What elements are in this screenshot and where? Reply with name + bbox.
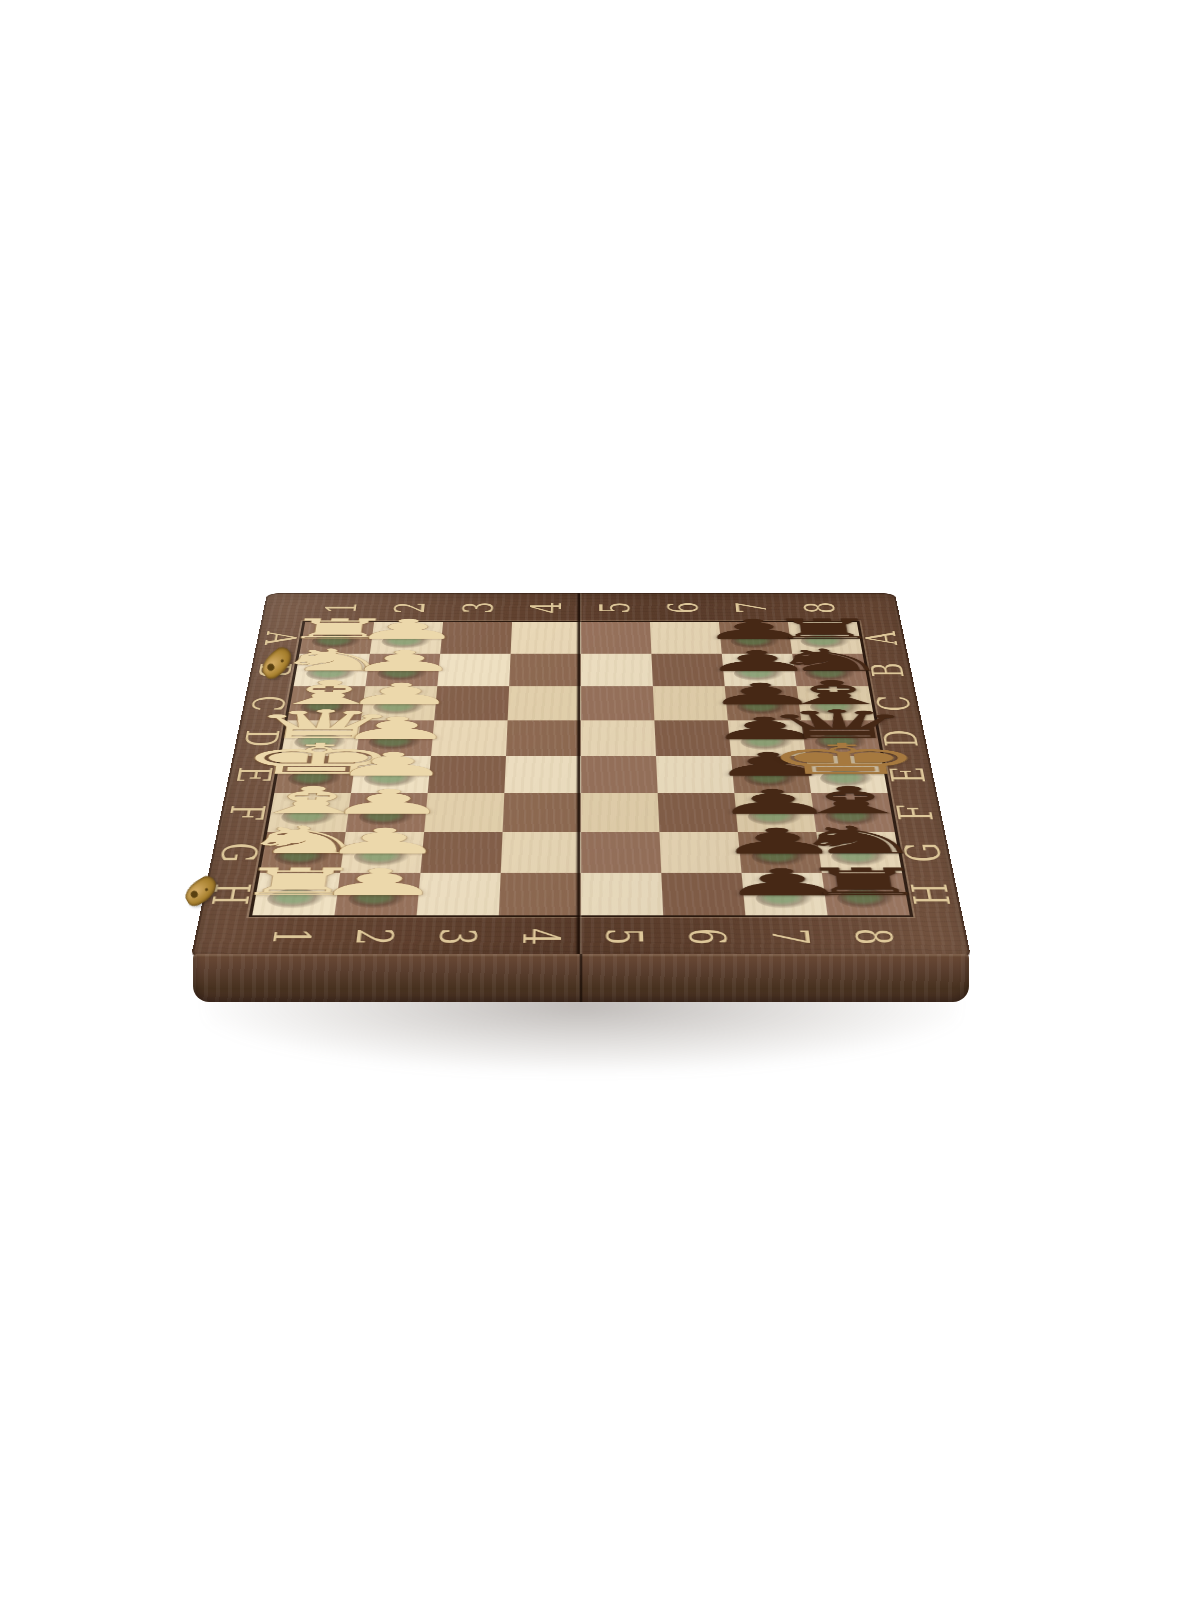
square-g5[interactable] (581, 832, 661, 873)
rank-label-near-5: 5 (598, 915, 648, 960)
square-h6[interactable] (661, 873, 745, 916)
file-label-left-f: F (219, 793, 272, 832)
rank-label-far-5: 5 (595, 593, 636, 623)
rank-label-near-7: 7 (762, 915, 816, 960)
rank-label-near-2: 2 (346, 915, 400, 960)
file-label-right-f: F (889, 793, 942, 832)
square-g4[interactable] (501, 832, 581, 873)
square-d4[interactable] (506, 720, 581, 756)
rank-label-near-4: 4 (514, 915, 564, 960)
rank-label-near-1: 1 (262, 915, 318, 960)
rank-label-near-3: 3 (430, 915, 482, 960)
square-f3[interactable] (424, 793, 504, 832)
file-label-right-h: H (904, 873, 960, 916)
square-g6[interactable] (659, 832, 741, 873)
board-side-panel (193, 954, 969, 1002)
square-h5[interactable] (581, 873, 663, 916)
file-label-left-g: G (210, 832, 265, 873)
square-e4[interactable] (504, 756, 581, 793)
square-e5[interactable] (581, 756, 658, 793)
board-scene: 1122334455667788AABBCCDDEEFFGGHH ♜♞♝♛♚♝♞… (0, 0, 1200, 1600)
square-a5[interactable] (581, 622, 651, 653)
square-c4[interactable] (508, 686, 581, 720)
rank-label-near-6: 6 (680, 915, 732, 960)
rank-label-far-4: 4 (526, 593, 567, 623)
square-f5[interactable] (581, 793, 659, 832)
square-h8[interactable] (822, 873, 910, 916)
square-a4[interactable] (511, 622, 581, 653)
square-h7[interactable] (742, 873, 828, 916)
square-g3[interactable] (420, 832, 502, 873)
chess-board: 1122334455667788AABBCCDDEEFFGGHH ♜♞♝♛♚♝♞… (191, 593, 972, 958)
file-label-right-g: G (896, 832, 950, 873)
square-h3[interactable] (417, 873, 501, 916)
rank-label-near-8: 8 (844, 915, 900, 960)
square-c5[interactable] (581, 686, 654, 720)
square-h1[interactable] (252, 873, 340, 916)
square-b4[interactable] (509, 654, 581, 687)
square-b5[interactable] (581, 654, 653, 687)
square-f4[interactable] (503, 793, 581, 832)
square-f6[interactable] (658, 793, 738, 832)
product-photo-canvas: 1122334455667788AABBCCDDEEFFGGHH ♜♞♝♛♚♝♞… (0, 0, 1200, 1600)
square-h2[interactable] (334, 873, 420, 916)
square-h4[interactable] (499, 873, 581, 916)
square-d5[interactable] (581, 720, 656, 756)
